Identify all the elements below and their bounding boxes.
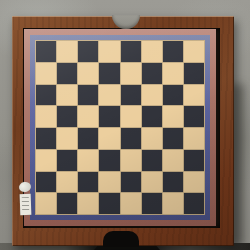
square-g4[interactable] bbox=[163, 128, 183, 149]
square-a3[interactable] bbox=[36, 150, 56, 171]
square-c3[interactable] bbox=[78, 150, 98, 171]
square-e3[interactable] bbox=[121, 150, 141, 171]
square-h3[interactable] bbox=[184, 150, 204, 171]
square-h1[interactable] bbox=[184, 193, 204, 214]
square-c6[interactable] bbox=[78, 85, 98, 106]
box-cavity bbox=[23, 28, 220, 228]
square-b1[interactable] bbox=[57, 193, 77, 214]
square-a4[interactable] bbox=[36, 128, 56, 149]
square-f1[interactable] bbox=[142, 193, 162, 214]
square-e8[interactable] bbox=[121, 41, 141, 62]
square-f6[interactable] bbox=[142, 85, 162, 106]
label-text-lines bbox=[22, 197, 30, 212]
board-inner-border bbox=[30, 35, 210, 220]
square-a8[interactable] bbox=[36, 41, 56, 62]
square-e1[interactable] bbox=[121, 193, 141, 214]
square-b5[interactable] bbox=[57, 106, 77, 127]
square-d8[interactable] bbox=[99, 41, 119, 62]
board-grid bbox=[35, 40, 205, 215]
square-g7[interactable] bbox=[163, 63, 183, 84]
square-b4[interactable] bbox=[57, 128, 77, 149]
top-finger-notch bbox=[112, 15, 140, 29]
square-f3[interactable] bbox=[142, 150, 162, 171]
square-d5[interactable] bbox=[99, 106, 119, 127]
square-a1[interactable] bbox=[36, 193, 56, 214]
square-b8[interactable] bbox=[57, 41, 77, 62]
price-label-sticker bbox=[20, 194, 32, 215]
square-g1[interactable] bbox=[163, 193, 183, 214]
square-b6[interactable] bbox=[57, 85, 77, 106]
square-g8[interactable] bbox=[163, 41, 183, 62]
square-e7[interactable] bbox=[121, 63, 141, 84]
square-c2[interactable] bbox=[78, 172, 98, 193]
square-e6[interactable] bbox=[121, 85, 141, 106]
square-a6[interactable] bbox=[36, 85, 56, 106]
square-a5[interactable] bbox=[36, 106, 56, 127]
square-f8[interactable] bbox=[142, 41, 162, 62]
square-d7[interactable] bbox=[99, 63, 119, 84]
square-e4[interactable] bbox=[121, 128, 141, 149]
square-d3[interactable] bbox=[99, 150, 119, 171]
square-a7[interactable] bbox=[36, 63, 56, 84]
square-d6[interactable] bbox=[99, 85, 119, 106]
square-h6[interactable] bbox=[184, 85, 204, 106]
square-c1[interactable] bbox=[78, 193, 98, 214]
square-b2[interactable] bbox=[57, 172, 77, 193]
square-g5[interactable] bbox=[163, 106, 183, 127]
square-b7[interactable] bbox=[57, 63, 77, 84]
square-g6[interactable] bbox=[163, 85, 183, 106]
square-a2[interactable] bbox=[36, 172, 56, 193]
square-f5[interactable] bbox=[142, 106, 162, 127]
square-d4[interactable] bbox=[99, 128, 119, 149]
square-c4[interactable] bbox=[78, 128, 98, 149]
square-d2[interactable] bbox=[99, 172, 119, 193]
square-h4[interactable] bbox=[184, 128, 204, 149]
square-c5[interactable] bbox=[78, 106, 98, 127]
square-e5[interactable] bbox=[121, 106, 141, 127]
square-f2[interactable] bbox=[142, 172, 162, 193]
square-b3[interactable] bbox=[57, 150, 77, 171]
square-e2[interactable] bbox=[121, 172, 141, 193]
square-h2[interactable] bbox=[184, 172, 204, 193]
square-d1[interactable] bbox=[99, 193, 119, 214]
square-g2[interactable] bbox=[163, 172, 183, 193]
square-g3[interactable] bbox=[163, 150, 183, 171]
bottom-finger-notch bbox=[103, 231, 139, 247]
square-f7[interactable] bbox=[142, 63, 162, 84]
square-f4[interactable] bbox=[142, 128, 162, 149]
checkerboard bbox=[24, 29, 216, 226]
square-h5[interactable] bbox=[184, 106, 204, 127]
wooden-box-frame bbox=[12, 16, 234, 246]
photo-scene bbox=[0, 0, 250, 250]
square-c8[interactable] bbox=[78, 41, 98, 62]
square-h8[interactable] bbox=[184, 41, 204, 62]
square-c7[interactable] bbox=[78, 63, 98, 84]
square-h7[interactable] bbox=[184, 63, 204, 84]
